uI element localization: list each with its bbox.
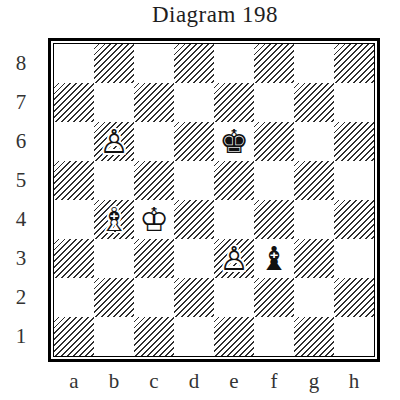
black-bishop: ♝ bbox=[259, 239, 289, 278]
square-a3 bbox=[54, 239, 94, 278]
rank-label-7: 7 bbox=[6, 83, 36, 122]
file-label-e: e bbox=[214, 366, 254, 396]
square-f6 bbox=[254, 122, 294, 161]
square-h3 bbox=[334, 239, 374, 278]
rank-labels: 87654321 bbox=[6, 44, 36, 356]
square-a1 bbox=[54, 317, 94, 356]
square-c5 bbox=[134, 161, 174, 200]
square-b7 bbox=[94, 83, 134, 122]
square-c6 bbox=[134, 122, 174, 161]
square-d6 bbox=[174, 122, 214, 161]
square-b8 bbox=[94, 44, 134, 83]
square-c8 bbox=[134, 44, 174, 83]
file-label-d: d bbox=[174, 366, 214, 396]
square-f4 bbox=[254, 200, 294, 239]
white-pawn: ♙ bbox=[99, 122, 129, 161]
file-label-h: h bbox=[334, 366, 374, 396]
square-f7 bbox=[254, 83, 294, 122]
square-e4 bbox=[214, 200, 254, 239]
square-a8 bbox=[54, 44, 94, 83]
board-grid: ♙♚♗♔♙♝ bbox=[53, 43, 375, 357]
square-c4: ♔ bbox=[134, 200, 174, 239]
square-b4: ♗ bbox=[94, 200, 134, 239]
square-d1 bbox=[174, 317, 214, 356]
square-e7 bbox=[214, 83, 254, 122]
square-h6 bbox=[334, 122, 374, 161]
square-b2 bbox=[94, 278, 134, 317]
square-d7 bbox=[174, 83, 214, 122]
square-g7 bbox=[294, 83, 334, 122]
square-a6 bbox=[54, 122, 94, 161]
rank-label-3: 3 bbox=[6, 239, 36, 278]
square-c7 bbox=[134, 83, 174, 122]
square-h4 bbox=[334, 200, 374, 239]
white-bishop: ♗ bbox=[99, 200, 129, 239]
square-b1 bbox=[94, 317, 134, 356]
rank-label-2: 2 bbox=[6, 278, 36, 317]
file-label-a: a bbox=[54, 366, 94, 396]
square-d2 bbox=[174, 278, 214, 317]
square-h8 bbox=[334, 44, 374, 83]
square-g4 bbox=[294, 200, 334, 239]
square-e2 bbox=[214, 278, 254, 317]
chess-board: ♙♚♗♔♙♝ bbox=[48, 38, 380, 362]
white-pawn: ♙ bbox=[219, 239, 249, 278]
square-f1 bbox=[254, 317, 294, 356]
rank-label-6: 6 bbox=[6, 122, 36, 161]
rank-label-4: 4 bbox=[6, 200, 36, 239]
square-d3 bbox=[174, 239, 214, 278]
square-a4 bbox=[54, 200, 94, 239]
square-a5 bbox=[54, 161, 94, 200]
square-c3 bbox=[134, 239, 174, 278]
file-label-g: g bbox=[294, 366, 334, 396]
square-g6 bbox=[294, 122, 334, 161]
rank-label-5: 5 bbox=[6, 161, 36, 200]
square-b3 bbox=[94, 239, 134, 278]
square-g5 bbox=[294, 161, 334, 200]
board-border: ♙♚♗♔♙♝ bbox=[48, 38, 380, 362]
square-e8 bbox=[214, 44, 254, 83]
square-f8 bbox=[254, 44, 294, 83]
square-e1 bbox=[214, 317, 254, 356]
square-g2 bbox=[294, 278, 334, 317]
square-d5 bbox=[174, 161, 214, 200]
square-b5 bbox=[94, 161, 134, 200]
square-c2 bbox=[134, 278, 174, 317]
file-label-f: f bbox=[254, 366, 294, 396]
square-a7 bbox=[54, 83, 94, 122]
file-label-c: c bbox=[134, 366, 174, 396]
square-d8 bbox=[174, 44, 214, 83]
square-h1 bbox=[334, 317, 374, 356]
rank-label-8: 8 bbox=[6, 44, 36, 83]
square-c1 bbox=[134, 317, 174, 356]
square-h2 bbox=[334, 278, 374, 317]
square-f2 bbox=[254, 278, 294, 317]
square-e6: ♚ bbox=[214, 122, 254, 161]
square-f3: ♝ bbox=[254, 239, 294, 278]
square-g3 bbox=[294, 239, 334, 278]
square-d4 bbox=[174, 200, 214, 239]
square-a2 bbox=[54, 278, 94, 317]
black-king: ♚ bbox=[219, 122, 249, 161]
file-labels: abcdefgh bbox=[54, 366, 374, 396]
diagram-title: Diagram 198 bbox=[48, 2, 382, 28]
square-g8 bbox=[294, 44, 334, 83]
square-h5 bbox=[334, 161, 374, 200]
square-g1 bbox=[294, 317, 334, 356]
square-e3: ♙ bbox=[214, 239, 254, 278]
square-f5 bbox=[254, 161, 294, 200]
chess-diagram-page: Diagram 198 87654321 ♙♚♗♔♙♝ abcdefgh bbox=[0, 0, 400, 400]
file-label-b: b bbox=[94, 366, 134, 396]
square-h7 bbox=[334, 83, 374, 122]
square-b6: ♙ bbox=[94, 122, 134, 161]
rank-label-1: 1 bbox=[6, 317, 36, 356]
white-king: ♔ bbox=[139, 200, 169, 239]
square-e5 bbox=[214, 161, 254, 200]
